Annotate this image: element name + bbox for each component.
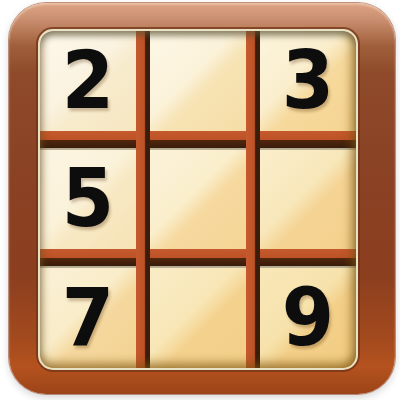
cell-digit: 3 [282,41,334,121]
cell-r2c3[interactable] [260,150,356,250]
cell-r3c1[interactable]: 7 [40,268,136,368]
page-background: 2 3 5 7 9 [0,0,400,400]
cell-r2c1[interactable]: 5 [40,150,136,250]
grid-vbar-1 [136,31,150,368]
sudoku-board: 2 3 5 7 9 [38,29,358,370]
grid-vbar-2 [246,31,260,368]
cell-digit: 9 [282,278,334,358]
cell-digit: 5 [62,159,114,239]
board-grid: 2 3 5 7 9 [40,31,356,368]
cell-r2c2[interactable] [150,150,246,250]
grid-hbar-2 [40,249,356,268]
cell-digit: 2 [62,41,114,121]
sudoku-app-icon[interactable]: 2 3 5 7 9 [9,3,395,394]
cell-r1c1[interactable]: 2 [40,31,136,131]
grid-hbar-1 [40,131,356,150]
cell-r3c2[interactable] [150,268,246,368]
cell-r3c3[interactable]: 9 [260,268,356,368]
cell-r1c3[interactable]: 3 [260,31,356,131]
cell-r1c2[interactable] [150,31,246,131]
cell-digit: 7 [62,278,114,358]
